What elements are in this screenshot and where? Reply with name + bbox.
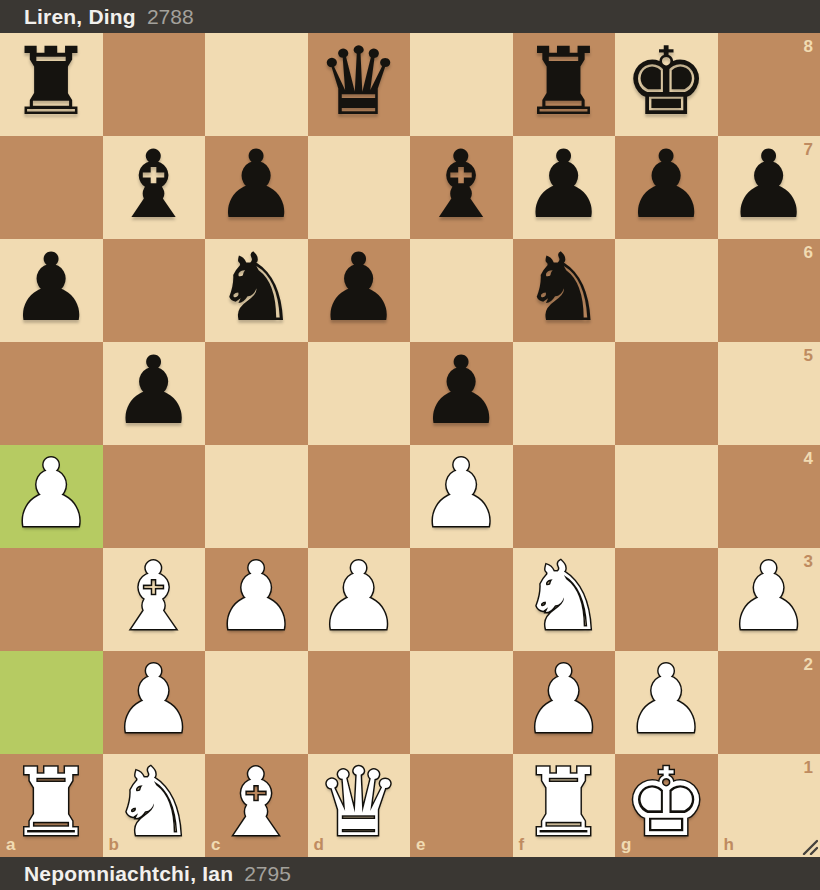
square-g4[interactable] <box>615 445 718 548</box>
square-f5[interactable] <box>513 342 616 445</box>
piece-white-pawn[interactable]: ♟ <box>624 653 708 747</box>
piece-white-pawn[interactable]: ♟ <box>214 550 298 644</box>
board-resize-handle-icon[interactable] <box>799 836 818 855</box>
square-e7[interactable]: ♝ <box>410 136 513 239</box>
coord-rank-6: 6 <box>804 244 813 261</box>
bottom-player-bar: Nepomniachtchi, Ian 2795 <box>0 857 820 890</box>
square-b3[interactable]: ♝ <box>103 548 206 651</box>
board: ♜♛♜♚8♝♟♝♟♟7♟♟♞♟♞6♟♟5♟♟4♝♟♟♞3♟♟♟♟2a♜b♞c♝d… <box>0 33 820 857</box>
piece-black-rook[interactable]: ♜ <box>9 35 93 129</box>
square-a3[interactable] <box>0 548 103 651</box>
square-g8[interactable]: ♚ <box>615 33 718 136</box>
piece-black-pawn[interactable]: ♟ <box>522 138 606 232</box>
square-h3[interactable]: 3♟ <box>718 548 820 651</box>
square-f4[interactable] <box>513 445 616 548</box>
piece-white-pawn[interactable]: ♟ <box>112 653 196 747</box>
piece-black-king[interactable]: ♚ <box>624 35 708 129</box>
square-e6[interactable] <box>410 239 513 342</box>
square-d3[interactable]: ♟ <box>308 548 411 651</box>
square-a8[interactable]: ♜ <box>0 33 103 136</box>
square-g2[interactable]: ♟ <box>615 651 718 754</box>
square-g5[interactable] <box>615 342 718 445</box>
square-c4[interactable] <box>205 445 308 548</box>
coord-file-h: h <box>724 836 734 853</box>
square-e5[interactable]: ♟ <box>410 342 513 445</box>
square-h5[interactable]: 5 <box>718 342 820 445</box>
square-d7[interactable] <box>308 136 411 239</box>
piece-black-knight[interactable]: ♞ <box>522 241 606 335</box>
piece-white-king[interactable]: ♚ <box>624 756 708 850</box>
square-f6[interactable]: ♞ <box>513 239 616 342</box>
square-g6[interactable] <box>615 239 718 342</box>
piece-black-rook[interactable]: ♜ <box>522 35 606 129</box>
piece-white-bishop[interactable]: ♝ <box>112 550 196 644</box>
square-a6[interactable]: ♟ <box>0 239 103 342</box>
square-c3[interactable]: ♟ <box>205 548 308 651</box>
coord-rank-8: 8 <box>804 38 813 55</box>
piece-white-rook[interactable]: ♜ <box>9 756 93 850</box>
square-c7[interactable]: ♟ <box>205 136 308 239</box>
square-h8[interactable]: 8 <box>718 33 820 136</box>
square-b2[interactable]: ♟ <box>103 651 206 754</box>
coord-rank-5: 5 <box>804 347 813 364</box>
top-player-rating: 2788 <box>147 5 194 29</box>
coord-rank-1: 1 <box>804 759 813 776</box>
piece-white-pawn[interactable]: ♟ <box>522 653 606 747</box>
square-f7[interactable]: ♟ <box>513 136 616 239</box>
square-h4[interactable]: 4 <box>718 445 820 548</box>
square-a2[interactable] <box>0 651 103 754</box>
square-d8[interactable]: ♛ <box>308 33 411 136</box>
piece-white-pawn[interactable]: ♟ <box>317 550 401 644</box>
square-e4[interactable]: ♟ <box>410 445 513 548</box>
piece-white-bishop[interactable]: ♝ <box>214 756 298 850</box>
square-f1[interactable]: f♜ <box>513 754 616 857</box>
square-c8[interactable] <box>205 33 308 136</box>
piece-black-queen[interactable]: ♛ <box>317 35 401 129</box>
piece-white-queen[interactable]: ♛ <box>317 756 401 850</box>
piece-white-knight[interactable]: ♞ <box>112 756 196 850</box>
bottom-player-rating: 2795 <box>244 862 291 886</box>
square-h2[interactable]: 2 <box>718 651 820 754</box>
square-h1[interactable]: h1 <box>718 754 820 857</box>
square-d2[interactable] <box>308 651 411 754</box>
square-f3[interactable]: ♞ <box>513 548 616 651</box>
piece-white-pawn[interactable]: ♟ <box>9 447 93 541</box>
square-b1[interactable]: b♞ <box>103 754 206 857</box>
piece-black-pawn[interactable]: ♟ <box>419 344 503 438</box>
square-c6[interactable]: ♞ <box>205 239 308 342</box>
square-d5[interactable] <box>308 342 411 445</box>
piece-white-rook[interactable]: ♜ <box>522 756 606 850</box>
piece-black-bishop[interactable]: ♝ <box>112 138 196 232</box>
coord-rank-4: 4 <box>804 450 813 467</box>
square-e2[interactable] <box>410 651 513 754</box>
piece-black-pawn[interactable]: ♟ <box>9 241 93 335</box>
square-g3[interactable] <box>615 548 718 651</box>
top-player-name: Liren, Ding <box>24 5 136 29</box>
coord-rank-2: 2 <box>804 656 813 673</box>
piece-white-knight[interactable]: ♞ <box>522 550 606 644</box>
square-b5[interactable]: ♟ <box>103 342 206 445</box>
piece-black-pawn[interactable]: ♟ <box>214 138 298 232</box>
piece-black-pawn[interactable]: ♟ <box>112 344 196 438</box>
piece-black-bishop[interactable]: ♝ <box>419 138 503 232</box>
piece-black-knight[interactable]: ♞ <box>214 241 298 335</box>
square-d4[interactable] <box>308 445 411 548</box>
square-f8[interactable]: ♜ <box>513 33 616 136</box>
square-c5[interactable] <box>205 342 308 445</box>
square-b4[interactable] <box>103 445 206 548</box>
square-e8[interactable] <box>410 33 513 136</box>
square-a1[interactable]: a♜ <box>0 754 103 857</box>
square-d6[interactable]: ♟ <box>308 239 411 342</box>
square-a5[interactable] <box>0 342 103 445</box>
piece-black-pawn[interactable]: ♟ <box>624 138 708 232</box>
piece-black-pawn[interactable]: ♟ <box>317 241 401 335</box>
square-f2[interactable]: ♟ <box>513 651 616 754</box>
square-g7[interactable]: ♟ <box>615 136 718 239</box>
square-a4[interactable]: ♟ <box>0 445 103 548</box>
square-e1[interactable]: e <box>410 754 513 857</box>
square-c2[interactable] <box>205 651 308 754</box>
square-d1[interactable]: d♛ <box>308 754 411 857</box>
square-b6[interactable] <box>103 239 206 342</box>
square-e3[interactable] <box>410 548 513 651</box>
coord-file-e: e <box>416 836 425 853</box>
piece-white-pawn[interactable]: ♟ <box>727 550 811 644</box>
square-b7[interactable]: ♝ <box>103 136 206 239</box>
square-c1[interactable]: c♝ <box>205 754 308 857</box>
square-g1[interactable]: g♚ <box>615 754 718 857</box>
square-b8[interactable] <box>103 33 206 136</box>
bottom-player-name: Nepomniachtchi, Ian <box>24 862 233 886</box>
piece-black-pawn[interactable]: ♟ <box>727 138 811 232</box>
square-a7[interactable] <box>0 136 103 239</box>
piece-white-pawn[interactable]: ♟ <box>419 447 503 541</box>
square-h6[interactable]: 6 <box>718 239 820 342</box>
square-h7[interactable]: 7♟ <box>718 136 820 239</box>
